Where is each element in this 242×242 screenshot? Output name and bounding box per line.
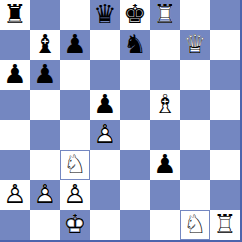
square-c4[interactable] [60,120,90,150]
white-king[interactable]: ♚♔ [60,210,90,240]
square-h5[interactable] [210,90,240,120]
white-knight[interactable]: ♞♘ [60,150,90,180]
white-pawn[interactable]: ♟♙ [30,180,60,210]
square-e5[interactable] [120,90,150,120]
piece-glyph-outline: ♘ [63,149,86,179]
square-b4[interactable] [30,120,60,150]
white-pawn[interactable]: ♟♙ [60,180,90,210]
square-h4[interactable] [210,120,240,150]
square-e2[interactable] [120,180,150,210]
piece-glyph-outline: ♔ [63,209,86,239]
piece-glyph: ♟ [33,59,56,89]
black-king[interactable]: ♚ [120,0,150,30]
square-f8[interactable]: ♜♖ [150,0,180,30]
square-e6[interactable] [120,60,150,90]
square-d2[interactable] [90,180,120,210]
piece-glyph-outline: ♙ [3,179,26,209]
square-f7[interactable] [150,30,180,60]
square-f6[interactable] [150,60,180,90]
square-e8[interactable]: ♚ [120,0,150,30]
square-e7[interactable]: ♞ [120,30,150,60]
square-b8[interactable] [30,0,60,30]
piece-glyph: ♝ [33,29,56,59]
square-h3[interactable] [210,150,240,180]
black-knight[interactable]: ♞ [120,30,150,60]
square-g4[interactable] [180,120,210,150]
board-grid: ♜♛♚♜♖♝♟♞♛♕♟♟♟♝♗♟♙♞♘♟♟♙♟♙♟♙♚♔♞♘♜♖ [0,0,242,242]
square-d7[interactable] [90,30,120,60]
square-a2[interactable]: ♟♙ [0,180,30,210]
square-d1[interactable] [90,210,120,240]
square-d3[interactable] [90,150,120,180]
piece-glyph: ♟ [93,89,116,119]
piece-glyph-outline: ♕ [183,29,206,59]
black-bishop[interactable]: ♝ [30,30,60,60]
black-pawn[interactable]: ♟ [60,30,90,60]
piece-glyph-outline: ♙ [93,119,116,149]
black-pawn[interactable]: ♟ [150,150,180,180]
square-c8[interactable] [60,0,90,30]
square-h2[interactable] [210,180,240,210]
black-pawn[interactable]: ♟ [90,90,120,120]
square-a7[interactable] [0,30,30,60]
square-c6[interactable] [60,60,90,90]
square-c3[interactable]: ♞♘ [60,150,90,180]
piece-glyph-outline: ♖ [213,209,236,239]
square-h8[interactable] [210,0,240,30]
piece-glyph-outline: ♗ [153,89,176,119]
square-c1[interactable]: ♚♔ [60,210,90,240]
chess-board: ♜♛♚♜♖♝♟♞♛♕♟♟♟♝♗♟♙♞♘♟♟♙♟♙♟♙♚♔♞♘♜♖ [0,0,242,242]
square-b6[interactable]: ♟ [30,60,60,90]
white-pawn[interactable]: ♟♙ [0,180,30,210]
white-bishop[interactable]: ♝♗ [150,90,180,120]
square-d6[interactable] [90,60,120,90]
piece-glyph: ♞ [123,29,146,59]
square-e4[interactable] [120,120,150,150]
square-f3[interactable]: ♟ [150,150,180,180]
square-c2[interactable]: ♟♙ [60,180,90,210]
square-e3[interactable] [120,150,150,180]
piece-glyph: ♚ [123,0,146,29]
square-a5[interactable] [0,90,30,120]
square-g1[interactable]: ♞♘ [180,210,210,240]
piece-glyph: ♜ [3,0,26,29]
square-g5[interactable] [180,90,210,120]
piece-glyph-outline: ♙ [63,179,86,209]
square-h7[interactable] [210,30,240,60]
white-queen[interactable]: ♛♕ [180,30,210,60]
square-d5[interactable]: ♟ [90,90,120,120]
square-g3[interactable] [180,150,210,180]
piece-glyph: ♟ [63,29,86,59]
piece-glyph-outline: ♙ [33,179,56,209]
square-g2[interactable] [180,180,210,210]
square-g7[interactable]: ♛♕ [180,30,210,60]
square-d8[interactable]: ♛ [90,0,120,30]
white-pawn[interactable]: ♟♙ [90,120,120,150]
piece-glyph: ♛ [93,0,116,29]
black-pawn[interactable]: ♟ [30,60,60,90]
black-queen[interactable]: ♛ [90,0,120,30]
piece-glyph-outline: ♘ [183,209,206,239]
square-c7[interactable]: ♟ [60,30,90,60]
square-b2[interactable]: ♟♙ [30,180,60,210]
square-g6[interactable] [180,60,210,90]
square-b7[interactable]: ♝ [30,30,60,60]
square-b1[interactable] [30,210,60,240]
white-rook[interactable]: ♜♖ [150,0,180,30]
square-a8[interactable]: ♜ [0,0,30,30]
white-rook[interactable]: ♜♖ [210,210,240,240]
square-a4[interactable] [0,120,30,150]
white-knight[interactable]: ♞♘ [180,210,210,240]
square-c5[interactable] [60,90,90,120]
black-pawn[interactable]: ♟ [0,60,30,90]
square-f2[interactable] [150,180,180,210]
square-e1[interactable] [120,210,150,240]
piece-glyph: ♟ [153,149,176,179]
square-f5[interactable]: ♝♗ [150,90,180,120]
square-a6[interactable]: ♟ [0,60,30,90]
square-a1[interactable] [0,210,30,240]
square-f4[interactable] [150,120,180,150]
square-g8[interactable] [180,0,210,30]
piece-glyph-outline: ♖ [153,0,176,29]
square-b3[interactable] [30,150,60,180]
square-h6[interactable] [210,60,240,90]
black-rook[interactable]: ♜ [0,0,30,30]
square-d4[interactable]: ♟♙ [90,120,120,150]
piece-glyph: ♟ [3,59,26,89]
square-b5[interactable] [30,90,60,120]
square-f1[interactable] [150,210,180,240]
square-a3[interactable] [0,150,30,180]
square-h1[interactable]: ♜♖ [210,210,240,240]
